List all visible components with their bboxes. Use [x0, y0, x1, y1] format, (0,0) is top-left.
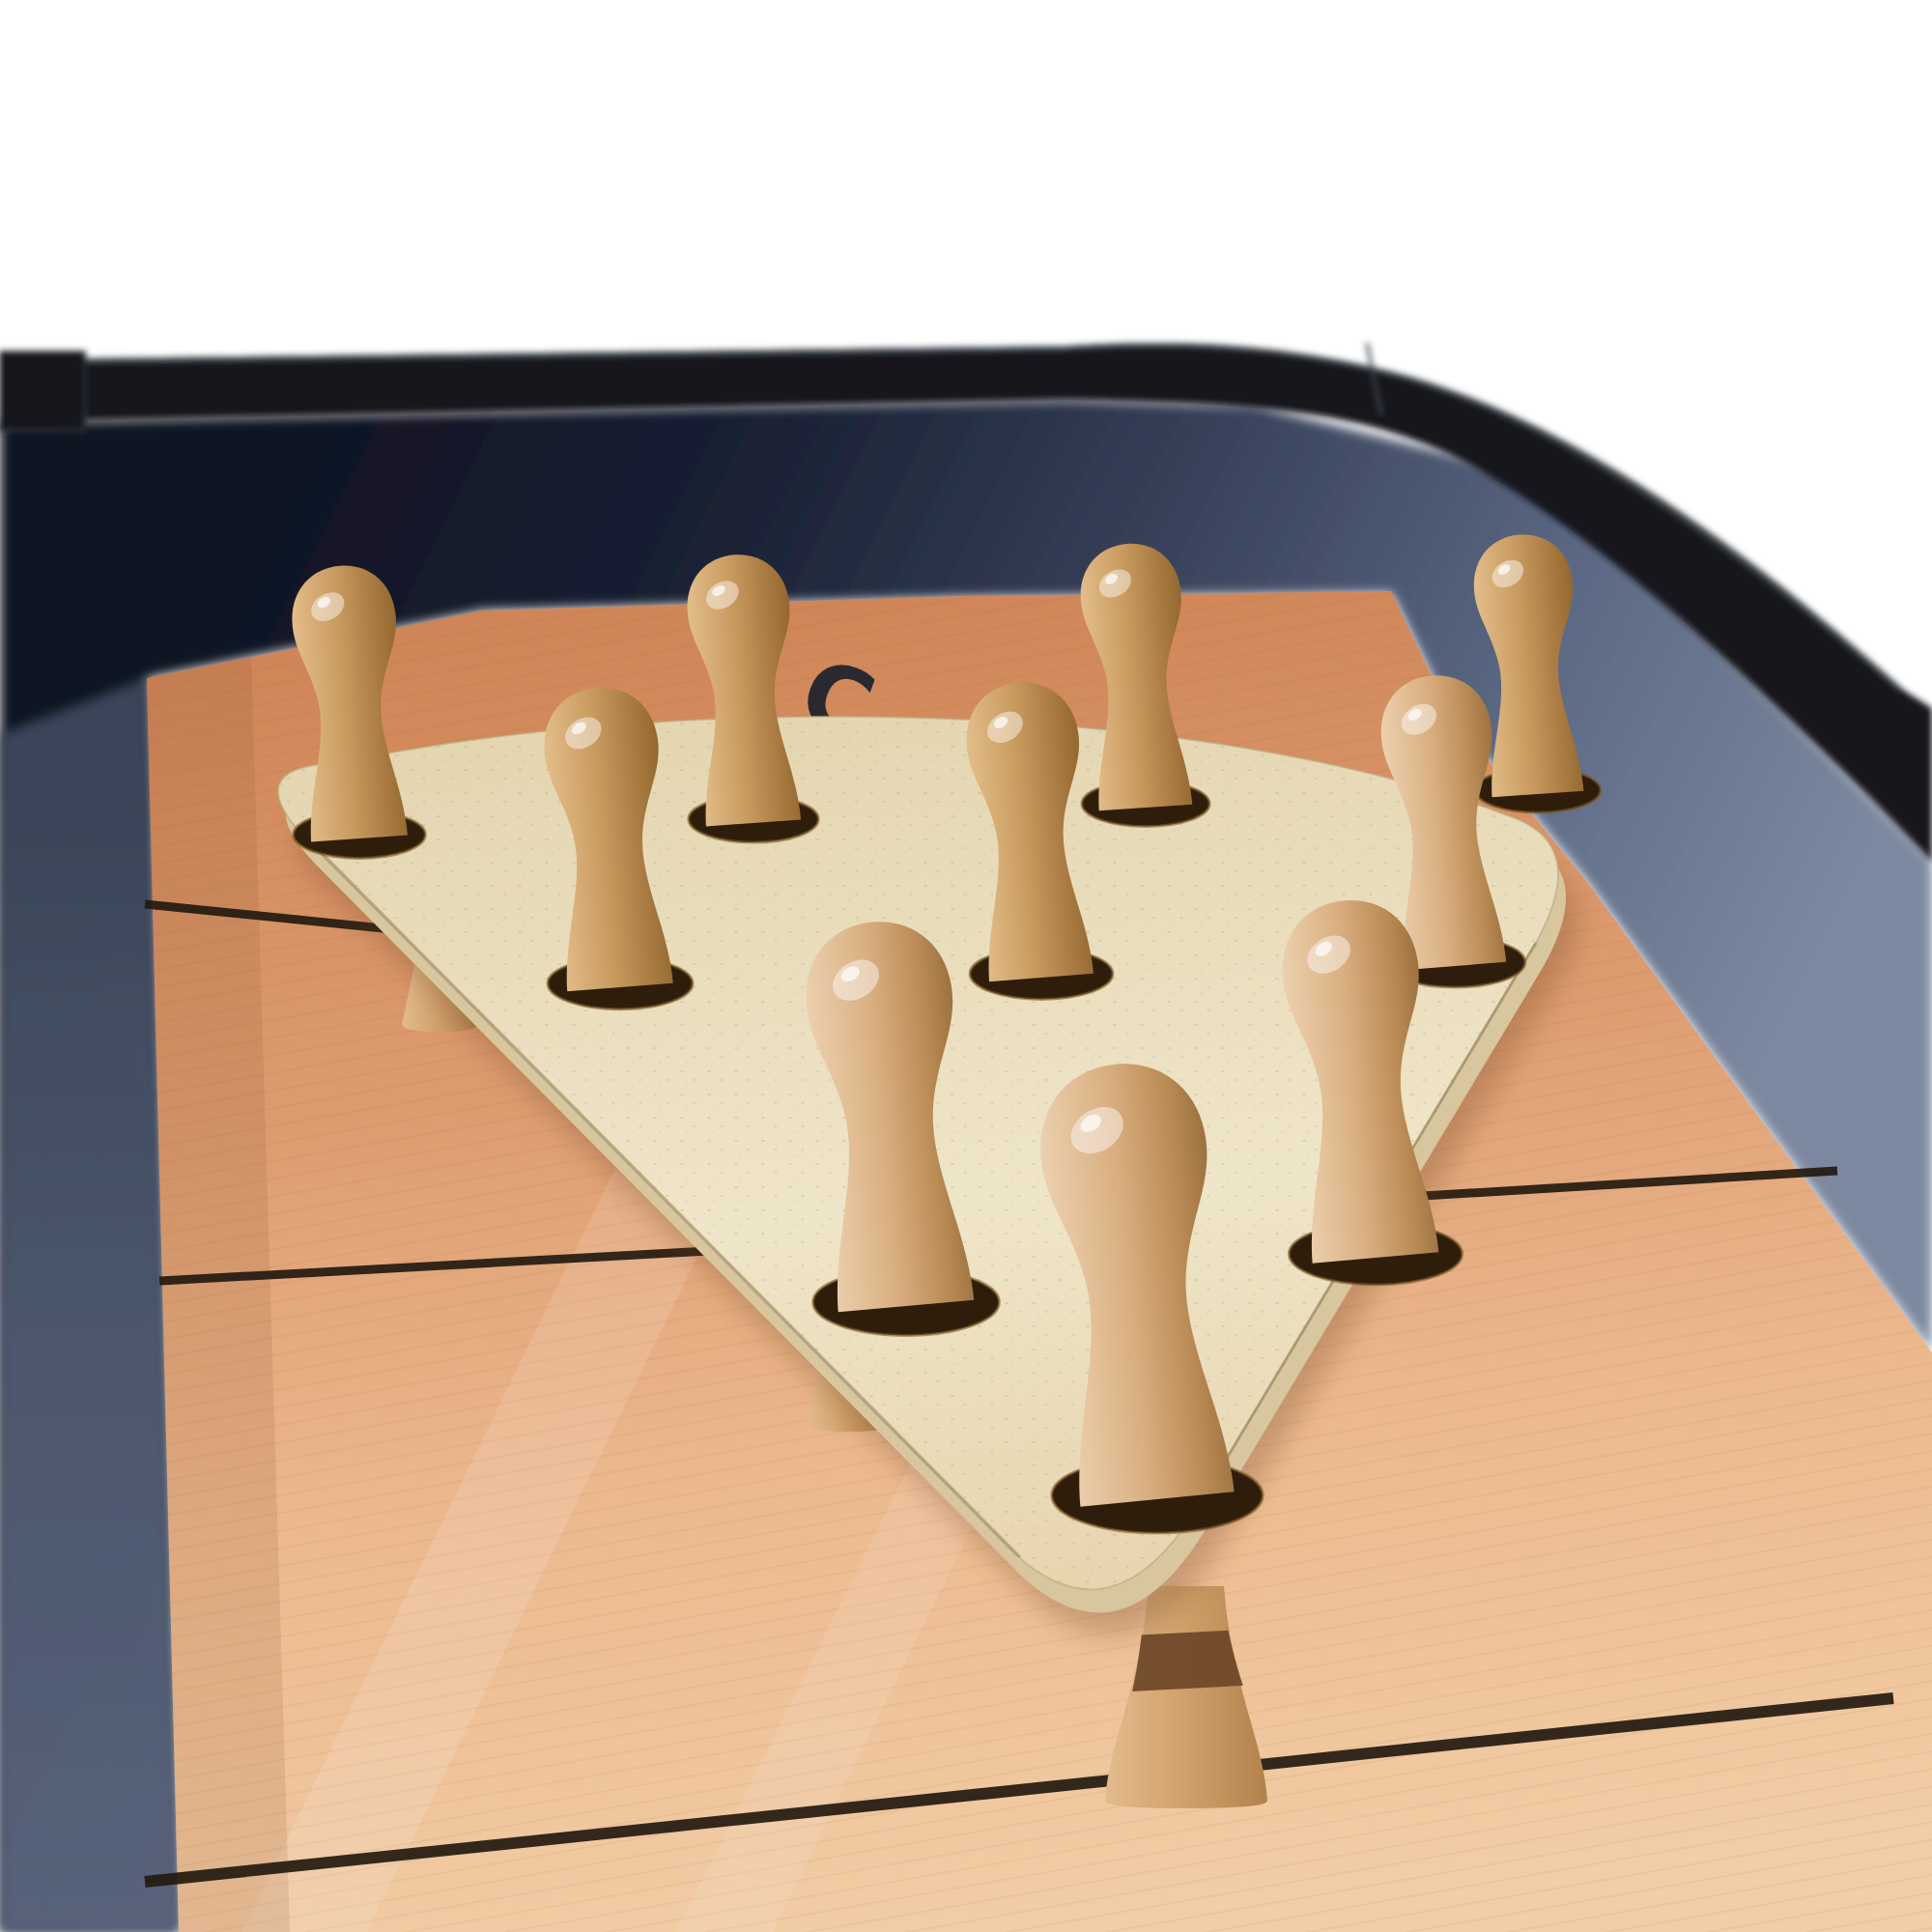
bowling-rack-scene: C	[0, 0, 1932, 1932]
photo-stage: C	[0, 0, 1932, 1932]
rail-left-endcap	[0, 352, 85, 431]
